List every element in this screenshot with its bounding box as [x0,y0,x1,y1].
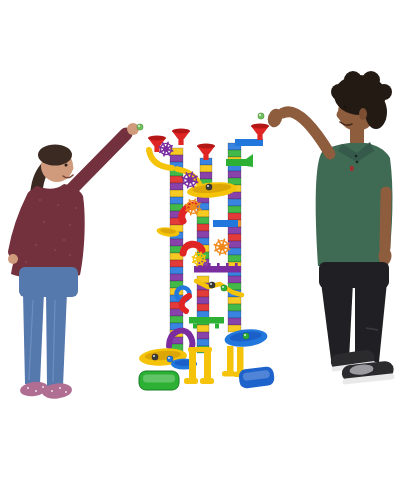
girl-hair [38,145,72,166]
marble [258,113,264,119]
marble [206,184,212,190]
product-photo-stage [0,0,400,480]
tower-right-tower [228,143,241,332]
boy-hanging-arm [385,192,386,248]
green-base-tub [139,371,179,390]
polo-logo [350,166,354,171]
boy-eye [344,106,347,109]
marble [209,282,215,288]
marble [167,356,173,362]
marble [243,333,249,339]
green-y-piece [226,159,248,166]
girl-left-hand [8,254,18,264]
polo-button [356,161,359,164]
blue-connector [213,220,238,227]
marble [137,124,143,130]
boy-ear [359,108,367,120]
marble [152,354,158,360]
tower-center-top [200,158,212,186]
marble [221,285,227,291]
girl-eye [65,164,68,167]
blue-arm-piece [235,139,263,146]
polo-button [355,155,358,158]
